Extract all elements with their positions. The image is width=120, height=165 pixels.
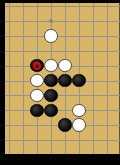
white-stone [30, 89, 44, 103]
grid-line-horizontal [5, 51, 120, 52]
white-stone [72, 104, 86, 118]
white-stone [72, 118, 86, 132]
marked-black-stone [30, 59, 44, 73]
go-diagram: { "game": "go", "position": { "visible_g… [0, 0, 120, 165]
go-board[interactable] [5, 3, 120, 154]
black-stone [58, 74, 72, 88]
white-stone [30, 74, 44, 88]
black-stone [58, 118, 72, 132]
star-point [49, 19, 54, 24]
black-stone [72, 74, 86, 88]
grid-line-vertical [9, 3, 10, 154]
white-stone [44, 29, 58, 43]
white-stone [44, 59, 58, 73]
grid-line-horizontal [5, 95, 120, 96]
grid-line-horizontal [5, 110, 120, 111]
grid-line-horizontal [5, 6, 120, 7]
grid-line-vertical [23, 3, 24, 154]
grid-line-vertical-edge [119, 3, 120, 154]
black-stone [44, 104, 58, 118]
grid-line-vertical [93, 3, 94, 154]
white-stone [58, 59, 72, 73]
black-stone [30, 104, 44, 118]
black-stone [44, 89, 58, 103]
grid-line-horizontal [5, 140, 120, 141]
grid-line-horizontal [5, 21, 120, 22]
grid-line-horizontal [5, 36, 120, 37]
grid-line-vertical [107, 3, 108, 154]
black-stone [44, 74, 58, 88]
